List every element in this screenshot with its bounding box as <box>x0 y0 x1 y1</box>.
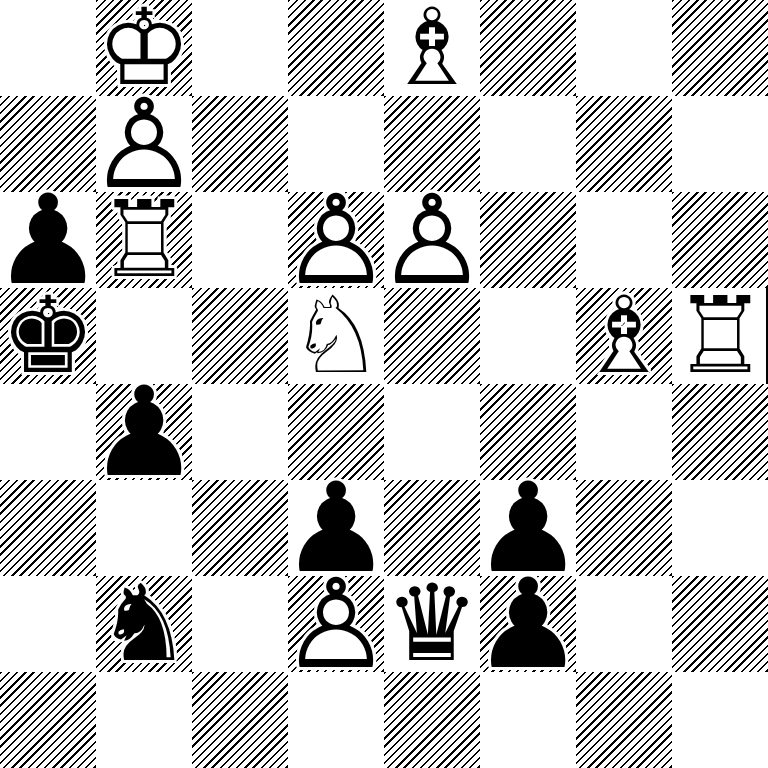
piece-halo: ♟ <box>480 576 576 672</box>
square-h3[interactable] <box>672 480 768 576</box>
piece-halo: ♟ <box>288 480 384 576</box>
square-f4[interactable] <box>480 384 576 480</box>
square-g4[interactable] <box>576 384 672 480</box>
square-a5[interactable]: ♚♚ <box>0 288 96 384</box>
square-e5[interactable] <box>384 288 480 384</box>
square-e8[interactable]: ♝♗ <box>384 0 480 96</box>
square-c8[interactable] <box>192 0 288 96</box>
square-g7[interactable] <box>576 96 672 192</box>
square-d4[interactable] <box>288 384 384 480</box>
square-f1[interactable] <box>480 672 576 768</box>
piece-white-rook: ♖ <box>96 192 192 288</box>
piece-white-king: ♔ <box>96 0 192 96</box>
piece-halo: ♞ <box>96 576 192 672</box>
piece-halo: ♝ <box>384 0 480 96</box>
piece-halo: ♟ <box>288 192 384 288</box>
square-e1[interactable] <box>384 672 480 768</box>
piece-halo: ♟ <box>288 576 384 672</box>
square-h7[interactable] <box>672 96 768 192</box>
square-h8[interactable] <box>672 0 768 96</box>
square-f2[interactable]: ♟♟ <box>480 576 576 672</box>
piece-halo: ♛ <box>384 576 480 672</box>
piece-halo: ♟ <box>480 480 576 576</box>
square-g3[interactable] <box>576 480 672 576</box>
square-b4[interactable]: ♟♟ <box>96 384 192 480</box>
square-c3[interactable] <box>192 480 288 576</box>
piece-black-pawn: ♟ <box>288 480 384 576</box>
square-b3[interactable] <box>96 480 192 576</box>
piece-halo: ♟ <box>96 96 192 192</box>
square-b5[interactable] <box>96 288 192 384</box>
square-d6[interactable]: ♟♙ <box>288 192 384 288</box>
square-e6[interactable]: ♟♙ <box>384 192 480 288</box>
square-b8[interactable]: ♚♔ <box>96 0 192 96</box>
square-h2[interactable] <box>672 576 768 672</box>
piece-black-pawn: ♟ <box>96 384 192 480</box>
square-f8[interactable] <box>480 0 576 96</box>
square-h1[interactable] <box>672 672 768 768</box>
square-e4[interactable] <box>384 384 480 480</box>
piece-black-pawn: ♟ <box>0 192 96 288</box>
square-a8[interactable] <box>0 0 96 96</box>
square-f6[interactable] <box>480 192 576 288</box>
piece-halo: ♟ <box>384 192 480 288</box>
square-b2[interactable]: ♞♞ <box>96 576 192 672</box>
piece-halo: ♞ <box>288 288 384 384</box>
chess-board: ♚♔♝♗♟♙♟♟♜♖♟♙♟♙♚♚♞♘♝♗♜♖♟♟♟♟♟♟♞♞♟♙♛♛♟♟ <box>0 0 768 768</box>
square-c1[interactable] <box>192 672 288 768</box>
square-c7[interactable] <box>192 96 288 192</box>
piece-white-bishop: ♗ <box>384 0 480 96</box>
chess-diagram: ♚♔♝♗♟♙♟♟♜♖♟♙♟♙♚♚♞♘♝♗♜♖♟♟♟♟♟♟♞♞♟♙♛♛♟♟ <box>0 0 768 768</box>
piece-halo: ♚ <box>0 288 96 384</box>
piece-halo: ♟ <box>96 384 192 480</box>
square-d7[interactable] <box>288 96 384 192</box>
square-g5[interactable]: ♝♗ <box>576 288 672 384</box>
square-c4[interactable] <box>192 384 288 480</box>
square-b6[interactable]: ♜♖ <box>96 192 192 288</box>
square-a2[interactable] <box>0 576 96 672</box>
piece-white-pawn: ♙ <box>384 192 480 288</box>
piece-black-knight: ♞ <box>96 576 192 672</box>
piece-halo: ♜ <box>672 288 768 384</box>
square-f5[interactable] <box>480 288 576 384</box>
square-a7[interactable] <box>0 96 96 192</box>
piece-white-rook: ♖ <box>672 288 768 384</box>
piece-halo: ♜ <box>96 192 192 288</box>
square-b1[interactable] <box>96 672 192 768</box>
square-a6[interactable]: ♟♟ <box>0 192 96 288</box>
square-e7[interactable] <box>384 96 480 192</box>
square-a4[interactable] <box>0 384 96 480</box>
square-d1[interactable] <box>288 672 384 768</box>
square-a1[interactable] <box>0 672 96 768</box>
square-f7[interactable] <box>480 96 576 192</box>
piece-black-pawn: ♟ <box>480 480 576 576</box>
square-g6[interactable] <box>576 192 672 288</box>
square-c6[interactable] <box>192 192 288 288</box>
piece-white-pawn: ♙ <box>96 96 192 192</box>
square-e3[interactable] <box>384 480 480 576</box>
piece-white-bishop: ♗ <box>576 288 672 384</box>
piece-black-king: ♚ <box>0 288 96 384</box>
piece-white-pawn: ♙ <box>288 192 384 288</box>
piece-halo: ♟ <box>0 192 96 288</box>
piece-white-knight: ♘ <box>288 288 384 384</box>
square-e2[interactable]: ♛♛ <box>384 576 480 672</box>
square-d2[interactable]: ♟♙ <box>288 576 384 672</box>
piece-halo: ♚ <box>96 0 192 96</box>
square-h4[interactable] <box>672 384 768 480</box>
square-d5[interactable]: ♞♘ <box>288 288 384 384</box>
square-a3[interactable] <box>0 480 96 576</box>
square-g2[interactable] <box>576 576 672 672</box>
square-h5[interactable]: ♜♖ <box>672 288 768 384</box>
piece-black-queen: ♛ <box>384 576 480 672</box>
square-d3[interactable]: ♟♟ <box>288 480 384 576</box>
square-b7[interactable]: ♟♙ <box>96 96 192 192</box>
piece-white-pawn: ♙ <box>288 576 384 672</box>
square-g1[interactable] <box>576 672 672 768</box>
square-f3[interactable]: ♟♟ <box>480 480 576 576</box>
square-d8[interactable] <box>288 0 384 96</box>
square-g8[interactable] <box>576 0 672 96</box>
square-c2[interactable] <box>192 576 288 672</box>
piece-halo: ♝ <box>576 288 672 384</box>
square-c5[interactable] <box>192 288 288 384</box>
square-h6[interactable] <box>672 192 768 288</box>
piece-black-pawn: ♟ <box>480 576 576 672</box>
